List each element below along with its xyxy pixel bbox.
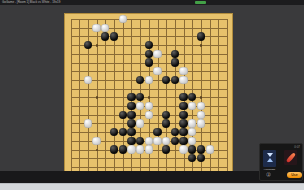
black-stone — [127, 93, 135, 101]
white-stone — [179, 145, 187, 153]
hourglass-icon-bottom — [267, 158, 273, 162]
star-point — [96, 44, 98, 46]
black-stone — [179, 128, 187, 136]
white-stone — [145, 102, 153, 110]
item-popup: 0:07 Hourglass 0 Use — [259, 143, 303, 181]
white-stone — [206, 145, 214, 153]
black-stone — [110, 128, 118, 136]
black-stone — [162, 111, 170, 119]
black-stone — [110, 32, 118, 40]
white-stone — [136, 102, 144, 110]
white-stone — [145, 76, 153, 84]
red-feather-icon — [286, 152, 296, 163]
black-stone — [145, 50, 153, 58]
black-stone — [153, 128, 161, 136]
green-status-tab — [195, 1, 206, 4]
black-stone — [110, 145, 118, 153]
black-stone — [188, 93, 196, 101]
use-item-button[interactable]: Use — [287, 172, 302, 178]
star-point — [148, 96, 150, 98]
black-stone — [197, 154, 205, 162]
white-stone — [197, 119, 205, 127]
black-stone — [145, 58, 153, 66]
white-stone — [145, 137, 153, 145]
item-count-badge: 0 — [266, 172, 271, 177]
window-title: GoGame - [Room 1] Black vs White - 19x19 — [2, 0, 60, 5]
white-stone — [188, 119, 196, 127]
white-stone — [153, 50, 161, 58]
white-stone — [119, 15, 127, 23]
black-stone — [171, 58, 179, 66]
black-stone — [171, 128, 179, 136]
grid-line-v — [227, 19, 228, 176]
white-stone — [153, 67, 161, 75]
black-stone — [127, 102, 135, 110]
black-stone — [136, 137, 144, 145]
white-stone — [84, 119, 92, 127]
screen: GoGame - [Room 1] Black vs White - 19x19… — [0, 0, 304, 190]
taskbar: ^ ◌ ▭ 12:07 5/20/2023 — [0, 183, 304, 190]
black-stone — [136, 93, 144, 101]
grid-line-v — [175, 19, 176, 176]
black-stone — [101, 32, 109, 40]
black-stone — [162, 145, 170, 153]
black-stone — [179, 119, 187, 127]
black-stone — [197, 32, 205, 40]
white-stone — [127, 145, 135, 153]
black-stone — [162, 76, 170, 84]
white-stone — [101, 24, 109, 32]
black-stone — [179, 102, 187, 110]
black-stone — [127, 137, 135, 145]
red-item-tile[interactable] — [284, 150, 297, 165]
white-stone — [92, 137, 100, 145]
black-stone — [179, 111, 187, 119]
grid-line-v — [218, 19, 219, 176]
white-stone — [153, 137, 161, 145]
black-stone — [162, 119, 170, 127]
white-stone — [179, 67, 187, 75]
grid-line-h — [71, 167, 228, 168]
white-stone — [197, 111, 205, 119]
black-stone — [197, 145, 205, 153]
black-stone — [171, 76, 179, 84]
popup-timer: 0:07 — [294, 145, 300, 149]
black-stone — [171, 50, 179, 58]
title-bar: GoGame - [Room 1] Black vs White - 19x19 — [0, 0, 304, 5]
hourglass-item-tile[interactable] — [263, 150, 276, 167]
black-stone — [136, 76, 144, 84]
white-stone — [188, 128, 196, 136]
white-stone — [188, 137, 196, 145]
black-stone — [127, 111, 135, 119]
black-stone — [127, 119, 135, 127]
star-point — [96, 149, 98, 151]
white-stone — [136, 119, 144, 127]
white-stone — [179, 76, 187, 84]
go-board[interactable] — [64, 13, 233, 179]
black-stone — [127, 128, 135, 136]
black-stone — [84, 41, 92, 49]
white-stone — [145, 145, 153, 153]
black-stone — [145, 41, 153, 49]
grid-line-v — [158, 19, 159, 176]
black-stone — [119, 128, 127, 136]
black-stone — [179, 93, 187, 101]
white-stone — [84, 76, 92, 84]
white-stone — [136, 145, 144, 153]
black-stone — [179, 137, 187, 145]
hourglass-icon — [267, 153, 273, 157]
black-stone — [171, 137, 179, 145]
black-stone — [119, 111, 127, 119]
black-stone — [119, 145, 127, 153]
star-point — [96, 96, 98, 98]
white-stone — [197, 102, 205, 110]
black-stone — [188, 154, 196, 162]
item-label: Hourglass — [262, 168, 277, 171]
white-stone — [145, 111, 153, 119]
white-stone — [188, 102, 196, 110]
black-stone — [188, 145, 196, 153]
grid-line-h — [71, 132, 228, 133]
white-stone — [162, 137, 170, 145]
white-stone — [92, 24, 100, 32]
